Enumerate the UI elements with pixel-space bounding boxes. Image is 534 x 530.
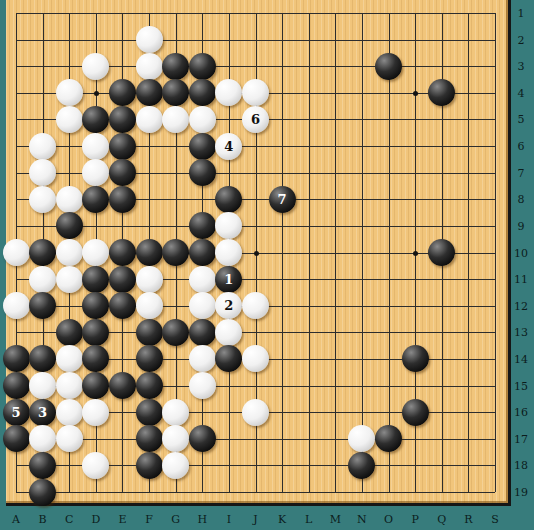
stone-white <box>136 266 163 293</box>
row-label-18: 18 <box>514 459 528 472</box>
stone-white <box>189 345 216 372</box>
stone-black <box>189 319 216 346</box>
row-label-11: 11 <box>514 273 528 286</box>
column-label-Q: Q <box>437 513 446 526</box>
stone-white <box>56 425 83 452</box>
stone-black <box>189 212 216 239</box>
stone-black <box>29 452 56 479</box>
stone-black <box>3 425 30 452</box>
row-label-15: 15 <box>514 379 528 392</box>
column-label-F: F <box>145 513 153 526</box>
stone-black <box>136 79 163 106</box>
stone-white <box>162 452 189 479</box>
stone-black <box>109 372 136 399</box>
stone-white <box>242 399 269 426</box>
stone-black <box>189 79 216 106</box>
row-label-16: 16 <box>514 406 528 419</box>
column-label-J: J <box>253 513 257 526</box>
row-label-7: 7 <box>518 166 525 179</box>
stone-white <box>56 239 83 266</box>
stone-white <box>56 266 83 293</box>
stone-black <box>29 479 56 506</box>
stone-black <box>3 345 30 372</box>
stone-white <box>29 266 56 293</box>
row-label-2: 2 <box>518 33 525 46</box>
stone-black <box>109 79 136 106</box>
stone-black <box>189 159 216 186</box>
stone-white <box>56 372 83 399</box>
column-label-B: B <box>39 513 47 526</box>
row-label-5: 5 <box>518 113 525 126</box>
row-label-12: 12 <box>514 299 528 312</box>
stone-black <box>136 319 163 346</box>
stone-black <box>56 319 83 346</box>
stone-white <box>136 292 163 319</box>
row-label-4: 4 <box>518 86 525 99</box>
stone-black <box>162 239 189 266</box>
stone-white <box>3 239 30 266</box>
stone-black <box>402 399 429 426</box>
column-label-L: L <box>305 513 312 526</box>
move-3-stone-black: 3 <box>29 399 56 426</box>
star-point <box>254 251 259 256</box>
stone-white <box>56 106 83 133</box>
stone-white <box>215 319 242 346</box>
stone-black <box>109 133 136 160</box>
column-label-S: S <box>491 513 499 526</box>
row-label-13: 13 <box>514 326 528 339</box>
stone-black <box>189 425 216 452</box>
stone-white <box>189 292 216 319</box>
column-label-D: D <box>91 513 100 526</box>
grid-line-vertical <box>362 13 363 492</box>
column-label-H: H <box>198 513 208 526</box>
stone-white <box>162 106 189 133</box>
stone-white <box>56 79 83 106</box>
stone-white <box>3 292 30 319</box>
star-point <box>94 91 99 96</box>
stone-black <box>136 452 163 479</box>
stone-black <box>162 319 189 346</box>
column-label-I: I <box>227 513 231 526</box>
stone-black <box>82 186 109 213</box>
star-point <box>413 91 418 96</box>
stone-black <box>136 399 163 426</box>
column-label-N: N <box>357 513 367 526</box>
stone-black <box>109 266 136 293</box>
move-6-stone-white: 6 <box>242 106 269 133</box>
stone-black <box>109 159 136 186</box>
stone-black <box>162 53 189 80</box>
column-label-P: P <box>411 513 418 526</box>
column-label-E: E <box>118 513 126 526</box>
stone-white <box>82 452 109 479</box>
stone-white <box>29 133 56 160</box>
row-label-3: 3 <box>518 60 525 73</box>
stone-white <box>136 106 163 133</box>
stone-black <box>109 106 136 133</box>
grid-line-vertical <box>495 13 496 492</box>
stone-white <box>56 399 83 426</box>
grid-line-horizontal <box>16 492 495 493</box>
stone-black <box>402 345 429 372</box>
stone-black <box>189 239 216 266</box>
stone-black <box>136 239 163 266</box>
stone-white <box>56 345 83 372</box>
row-label-19: 19 <box>514 486 528 499</box>
star-point <box>413 251 418 256</box>
move-4-stone-white: 4 <box>215 133 242 160</box>
row-label-8: 8 <box>518 193 525 206</box>
go-diagram: 6471253ABCDEFGHIJKLMNOPQRS12345678910111… <box>0 0 534 530</box>
column-label-O: O <box>384 513 393 526</box>
move-5-stone-black: 5 <box>3 399 30 426</box>
stone-black <box>82 106 109 133</box>
stone-white <box>29 372 56 399</box>
grid-line-vertical <box>468 13 469 492</box>
stone-white <box>82 133 109 160</box>
grid-line-vertical <box>309 13 310 492</box>
grid-line-horizontal <box>16 439 495 440</box>
column-label-M: M <box>330 513 341 526</box>
stone-white <box>189 106 216 133</box>
stone-black <box>189 133 216 160</box>
row-label-14: 14 <box>514 352 528 365</box>
stone-black <box>109 292 136 319</box>
stone-white <box>162 399 189 426</box>
stone-white <box>82 399 109 426</box>
row-label-6: 6 <box>518 140 525 153</box>
stone-white <box>136 53 163 80</box>
column-label-K: K <box>278 513 286 526</box>
grid-line-vertical <box>389 13 390 492</box>
row-label-1: 1 <box>518 7 525 20</box>
move-7-stone-black: 7 <box>269 186 296 213</box>
row-label-17: 17 <box>514 432 528 445</box>
column-label-C: C <box>65 513 73 526</box>
stone-black <box>56 212 83 239</box>
stone-black <box>215 186 242 213</box>
stone-white <box>56 186 83 213</box>
row-label-10: 10 <box>514 246 528 259</box>
stone-black <box>3 372 30 399</box>
stone-white <box>189 372 216 399</box>
stone-white <box>29 186 56 213</box>
stone-black <box>189 53 216 80</box>
row-label-9: 9 <box>518 219 525 232</box>
column-label-G: G <box>171 513 180 526</box>
stone-black <box>82 266 109 293</box>
stone-black <box>136 372 163 399</box>
grid-line-vertical <box>282 13 283 492</box>
stone-black <box>29 239 56 266</box>
stone-black <box>375 53 402 80</box>
stone-black <box>109 239 136 266</box>
stone-black <box>82 319 109 346</box>
move-1-stone-black: 1 <box>215 266 242 293</box>
column-label-A: A <box>12 513 20 526</box>
stone-white <box>82 53 109 80</box>
stone-white <box>242 292 269 319</box>
stone-black <box>109 186 136 213</box>
stone-white <box>136 26 163 53</box>
column-label-R: R <box>464 513 472 526</box>
stone-white <box>189 266 216 293</box>
stone-black <box>136 345 163 372</box>
stone-black <box>136 425 163 452</box>
grid-line-vertical <box>335 13 336 492</box>
